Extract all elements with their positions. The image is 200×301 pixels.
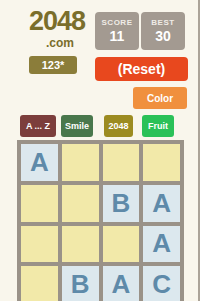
- board-cell-r4c1: [21, 266, 58, 301]
- numbers-mode-button[interactable]: 123*: [29, 56, 77, 74]
- board-cell-r1c3: [103, 144, 140, 181]
- board-tile-r3c4: A: [143, 226, 180, 263]
- color-mode-button[interactable]: Color: [133, 87, 187, 109]
- board-cell-r1c2: [62, 144, 99, 181]
- mode-button-fruit[interactable]: Fruit: [142, 115, 174, 137]
- reset-button[interactable]: (Reset): [95, 57, 188, 81]
- board-cell-r2c2: [62, 185, 99, 222]
- board-tile-r2c4: A: [143, 185, 180, 222]
- logo-com: .com: [24, 36, 74, 50]
- board-cell-r3c1: [21, 226, 58, 263]
- mode-button-letters[interactable]: A ... Z: [20, 115, 56, 137]
- best-label: BEST: [151, 18, 174, 27]
- mode-button-smile[interactable]: Smile: [61, 115, 93, 137]
- score-box: SCORE 11: [95, 12, 139, 50]
- score-label: SCORE: [102, 18, 133, 27]
- mode-button-2048[interactable]: 2048: [104, 115, 133, 137]
- board-tile-r2c3: B: [103, 185, 140, 222]
- board-cell-r2c1: [21, 185, 58, 222]
- game-board[interactable]: ABAABAC: [17, 140, 184, 301]
- board-tile-r4c2: B: [62, 266, 99, 301]
- board-cell-r3c3: [103, 226, 140, 263]
- board-cell-r1c4: [143, 144, 180, 181]
- board-tile-r4c4: C: [143, 266, 180, 301]
- score-value: 11: [110, 28, 125, 44]
- board-tile-r4c3: A: [103, 266, 140, 301]
- logo-2048: 2048: [24, 8, 90, 35]
- best-box: BEST 30: [141, 12, 185, 50]
- best-value: 30: [155, 28, 171, 44]
- app-window: 2048 .com 123* SCORE 11 BEST 30 (Reset) …: [0, 0, 200, 301]
- board-cell-r3c2: [62, 226, 99, 263]
- board-tile-r1c1: A: [21, 144, 58, 181]
